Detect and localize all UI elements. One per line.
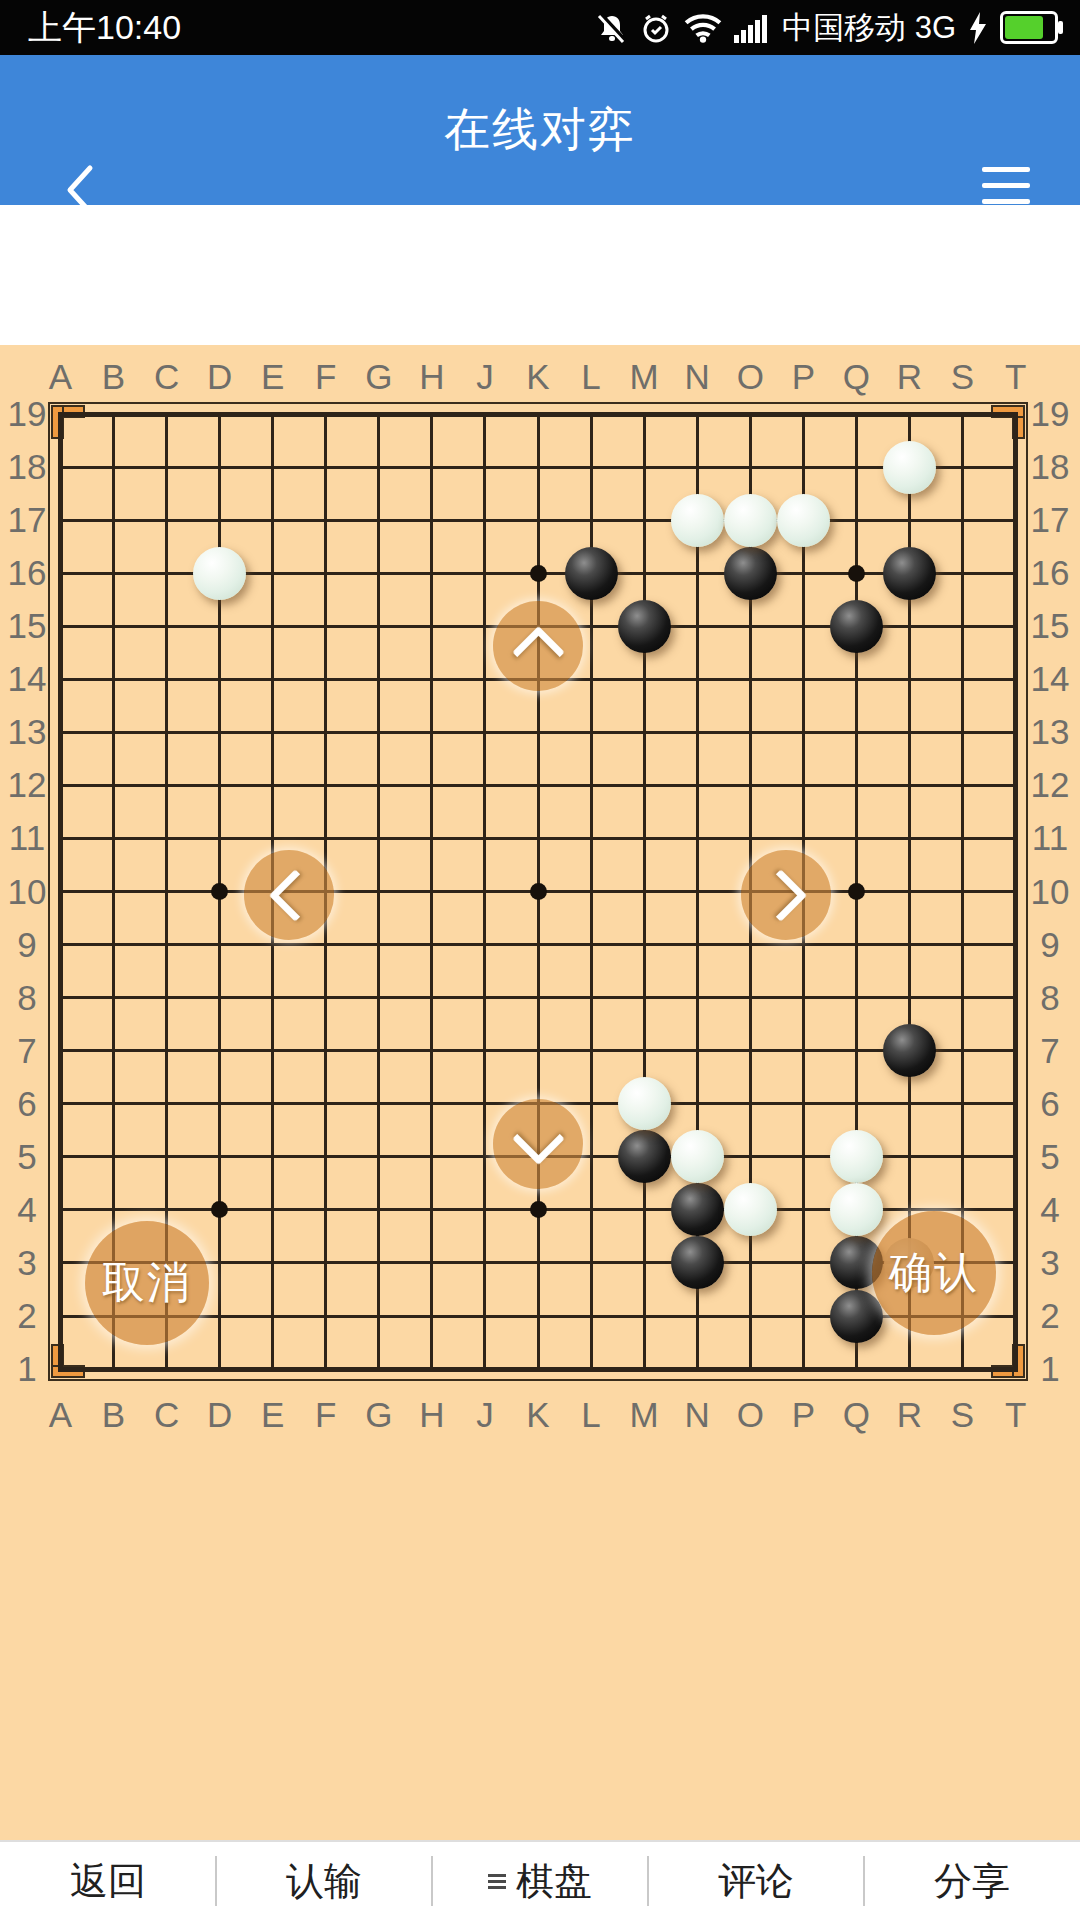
row-label-right: 12	[1031, 765, 1070, 805]
col-label-top: G	[365, 357, 392, 397]
star-point-D4	[211, 1201, 228, 1218]
col-label-top: P	[792, 357, 815, 397]
stone-black-O16	[724, 547, 777, 600]
stone-black-L16	[565, 547, 618, 600]
col-label-bottom: C	[154, 1395, 179, 1435]
stone-black-N4	[671, 1183, 724, 1236]
signal-icon	[734, 13, 770, 43]
nav-divider	[215, 1856, 217, 1906]
nav-resign[interactable]: 认输	[216, 1842, 432, 1920]
col-label-bottom: J	[476, 1395, 494, 1435]
col-label-bottom: M	[630, 1395, 659, 1435]
move-left-button[interactable]	[244, 850, 334, 940]
col-label-bottom: O	[737, 1395, 764, 1435]
row-label-left: 19	[8, 394, 47, 434]
alarm-icon	[640, 12, 672, 44]
row-label-left: 3	[17, 1243, 36, 1283]
go-board[interactable]: AABBCCDDEEFFGGHHJJKKLLMMNNOOPPQQRRSSTT19…	[0, 345, 1080, 1840]
row-label-right: 9	[1040, 925, 1059, 965]
star-point-Q10	[848, 883, 865, 900]
row-label-right: 11	[1032, 818, 1068, 858]
col-label-top: A	[49, 357, 72, 397]
col-label-top: T	[1005, 357, 1026, 397]
nav-back[interactable]: 返回	[0, 1842, 216, 1920]
col-label-bottom: K	[526, 1395, 549, 1435]
cancel-move-button[interactable]: 取消	[85, 1221, 209, 1345]
col-label-bottom: R	[897, 1395, 922, 1435]
stone-white-Q5	[830, 1130, 883, 1183]
menu-icon[interactable]	[982, 165, 1034, 209]
status-bar: 上午10:40	[0, 0, 1080, 55]
star-point-K4	[530, 1201, 547, 1218]
stone-white-O17	[724, 494, 777, 547]
grid-line-v	[1013, 412, 1018, 1372]
row-label-right: 19	[1031, 394, 1070, 434]
col-label-bottom: L	[581, 1395, 600, 1435]
col-label-bottom: B	[102, 1395, 125, 1435]
row-label-left: 1	[17, 1349, 36, 1389]
col-label-bottom: E	[261, 1395, 284, 1435]
stone-white-D16	[193, 547, 246, 600]
row-label-left: 8	[17, 978, 36, 1018]
col-label-top: H	[419, 357, 444, 397]
stone-white-N5	[671, 1130, 724, 1183]
col-label-bottom: Q	[843, 1395, 870, 1435]
title-bar: 在线对弈	[0, 55, 1080, 205]
col-label-bottom: P	[792, 1395, 815, 1435]
col-label-top: O	[737, 357, 764, 397]
col-label-bottom: T	[1005, 1395, 1026, 1435]
chevron-down-icon	[512, 1112, 564, 1164]
grid-line-h	[58, 1367, 1018, 1372]
row-label-left: 10	[8, 872, 47, 912]
nav-divider	[647, 1856, 649, 1906]
mute-bell-icon	[596, 12, 628, 44]
row-label-left: 18	[8, 447, 47, 487]
stone-black-Q2	[830, 1290, 883, 1343]
row-label-left: 15	[8, 606, 47, 646]
row-label-right: 7	[1040, 1031, 1059, 1071]
bottom-nav: 返回 认输 棋盘 评论 分享	[0, 1840, 1080, 1920]
stone-black-M5	[618, 1130, 671, 1183]
player-bar: 刘杨[25.0K] 100 对弈中 — 22手 — 沈尧[25.0K] 70	[0, 205, 1080, 345]
page-title: 在线对弈	[0, 55, 1080, 205]
col-label-bottom: H	[419, 1395, 444, 1435]
col-label-top: B	[102, 357, 125, 397]
move-down-button[interactable]	[493, 1099, 583, 1189]
stone-white-O4	[724, 1183, 777, 1236]
board-menu-icon	[488, 1874, 506, 1889]
star-point-K10	[530, 883, 547, 900]
col-label-top: Q	[843, 357, 870, 397]
row-label-left: 11	[9, 818, 45, 858]
star-point-Q16	[848, 565, 865, 582]
row-label-left: 9	[17, 925, 36, 965]
row-label-left: 16	[8, 553, 47, 593]
col-label-top: K	[526, 357, 549, 397]
grid-line-h	[58, 1049, 1018, 1052]
col-label-bottom: G	[365, 1395, 392, 1435]
row-label-right: 16	[1031, 553, 1070, 593]
nav-divider	[431, 1856, 433, 1906]
stone-black-M15	[618, 600, 671, 653]
row-label-left: 5	[17, 1137, 36, 1177]
clock: 上午10:40	[28, 5, 181, 51]
col-label-bottom: F	[315, 1395, 336, 1435]
stone-white-R18	[883, 441, 936, 494]
grid-layer: AABBCCDDEEFFGGHHJJKKLLMMNNOOPPQQRRSSTT19…	[0, 345, 1080, 1840]
row-label-right: 13	[1031, 712, 1070, 752]
col-label-top: J	[476, 357, 494, 397]
stone-black-R7	[883, 1024, 936, 1077]
wifi-icon	[684, 13, 722, 43]
stone-black-N3	[671, 1236, 724, 1289]
nav-divider	[863, 1856, 865, 1906]
grid-line-v	[643, 412, 646, 1372]
col-label-bottom: A	[49, 1395, 72, 1435]
row-label-right: 15	[1031, 606, 1070, 646]
row-label-right: 10	[1031, 872, 1070, 912]
col-label-top: C	[154, 357, 179, 397]
move-right-button[interactable]	[741, 850, 831, 940]
row-label-left: 7	[17, 1031, 36, 1071]
stone-white-N17	[671, 494, 724, 547]
col-label-top: S	[951, 357, 974, 397]
carrier-label: 中国移动 3G	[782, 7, 956, 49]
row-label-right: 8	[1040, 978, 1059, 1018]
row-label-left: 17	[8, 500, 47, 540]
stone-white-P17	[777, 494, 830, 547]
nav-share[interactable]: 分享	[864, 1842, 1080, 1920]
chevron-right-icon	[754, 869, 806, 921]
row-label-right: 2	[1040, 1296, 1059, 1336]
chevron-left-icon	[268, 869, 320, 921]
nav-board[interactable]: 棋盘	[432, 1842, 648, 1920]
col-label-top: F	[315, 357, 336, 397]
grid-line-h	[58, 943, 1018, 946]
col-label-top: M	[630, 357, 659, 397]
row-label-left: 12	[8, 765, 47, 805]
star-point-K16	[530, 565, 547, 582]
status-icons: 中国移动 3G	[596, 7, 1058, 49]
row-label-left: 2	[17, 1296, 36, 1336]
col-label-bottom: D	[207, 1395, 232, 1435]
stone-white-M6	[618, 1077, 671, 1130]
row-label-left: 14	[8, 659, 47, 699]
row-label-right: 5	[1040, 1137, 1059, 1177]
row-label-left: 6	[17, 1084, 36, 1124]
row-label-right: 3	[1040, 1243, 1059, 1283]
col-label-top: D	[207, 357, 232, 397]
stone-black-Q15	[830, 600, 883, 653]
row-label-right: 17	[1031, 500, 1070, 540]
row-label-right: 4	[1040, 1190, 1059, 1230]
row-label-left: 4	[17, 1190, 36, 1230]
move-up-button[interactable]	[493, 601, 583, 691]
col-label-top: L	[581, 357, 600, 397]
row-label-right: 1	[1040, 1349, 1059, 1389]
nav-comment[interactable]: 评论	[648, 1842, 864, 1920]
stone-black-R16	[883, 547, 936, 600]
stone-white-Q4	[830, 1183, 883, 1236]
grid-line-h	[58, 996, 1018, 999]
col-label-top: E	[261, 357, 284, 397]
row-label-left: 13	[8, 712, 47, 752]
chevron-up-icon	[512, 625, 564, 677]
row-label-right: 14	[1031, 659, 1070, 699]
battery-icon	[1000, 11, 1058, 44]
col-label-top: N	[685, 357, 710, 397]
col-label-top: R	[897, 357, 922, 397]
confirm-move-button[interactable]: 确认	[872, 1211, 996, 1335]
col-label-bottom: N	[685, 1395, 710, 1435]
app-screen: 上午10:40	[0, 0, 1080, 1920]
star-point-D10	[211, 883, 228, 900]
row-label-right: 6	[1040, 1084, 1059, 1124]
flash-icon	[968, 12, 988, 44]
col-label-bottom: S	[951, 1395, 974, 1435]
row-label-right: 18	[1031, 447, 1070, 487]
